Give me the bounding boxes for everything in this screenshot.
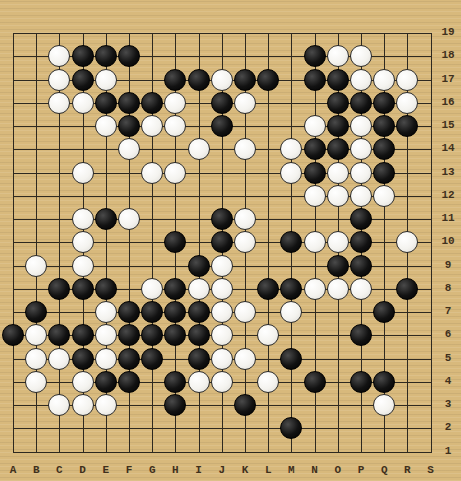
column-label-G: G — [145, 464, 159, 476]
white-stone-R10 — [396, 231, 418, 253]
white-stone-P8 — [350, 278, 372, 300]
row-label-18: 18 — [436, 49, 460, 61]
row-label-17: 17 — [436, 73, 460, 85]
black-stone-H6 — [164, 324, 186, 346]
black-stone-J16 — [211, 92, 233, 114]
row-label-2: 2 — [436, 421, 460, 433]
black-stone-J10 — [211, 231, 233, 253]
white-stone-E15 — [95, 115, 117, 137]
white-stone-D16 — [72, 92, 94, 114]
white-stone-I8 — [188, 278, 210, 300]
grid-line-horizontal-1 — [13, 452, 432, 453]
black-stone-Q15 — [373, 115, 395, 137]
black-stone-J11 — [211, 208, 233, 230]
row-label-10: 10 — [436, 235, 460, 247]
row-label-4: 4 — [436, 375, 460, 387]
black-stone-J15 — [211, 115, 233, 137]
black-stone-H4 — [164, 371, 186, 393]
black-stone-P6 — [350, 324, 372, 346]
black-stone-H8 — [164, 278, 186, 300]
black-stone-N14 — [304, 138, 326, 160]
black-stone-H7 — [164, 301, 186, 323]
white-stone-J5 — [211, 348, 233, 370]
white-stone-C16 — [48, 92, 70, 114]
white-stone-J8 — [211, 278, 233, 300]
white-stone-Q12 — [373, 185, 395, 207]
black-stone-N18 — [304, 45, 326, 67]
column-label-D: D — [76, 464, 90, 476]
white-stone-P18 — [350, 45, 372, 67]
black-stone-M5 — [280, 348, 302, 370]
row-label-6: 6 — [436, 328, 460, 340]
black-stone-O17 — [327, 69, 349, 91]
column-label-L: L — [261, 464, 275, 476]
black-stone-I17 — [188, 69, 210, 91]
white-stone-C3 — [48, 394, 70, 416]
white-stone-D4 — [72, 371, 94, 393]
row-label-19: 19 — [436, 26, 460, 38]
white-stone-J7 — [211, 301, 233, 323]
white-stone-P15 — [350, 115, 372, 137]
black-stone-H10 — [164, 231, 186, 253]
column-label-B: B — [29, 464, 43, 476]
white-stone-P14 — [350, 138, 372, 160]
white-stone-O13 — [327, 162, 349, 184]
white-stone-N12 — [304, 185, 326, 207]
black-stone-N17 — [304, 69, 326, 91]
black-stone-G5 — [141, 348, 163, 370]
column-label-P: P — [354, 464, 368, 476]
black-stone-M2 — [280, 417, 302, 439]
black-stone-N4 — [304, 371, 326, 393]
black-stone-N13 — [304, 162, 326, 184]
white-stone-E7 — [95, 301, 117, 323]
white-stone-P12 — [350, 185, 372, 207]
go-board[interactable]: ABCDEFGHIJKLMNOPQRS191817161514131211109… — [0, 0, 461, 481]
row-label-5: 5 — [436, 352, 460, 364]
white-stone-I14 — [188, 138, 210, 160]
black-stone-C6 — [48, 324, 70, 346]
white-stone-O12 — [327, 185, 349, 207]
row-label-11: 11 — [436, 212, 460, 224]
black-stone-R15 — [396, 115, 418, 137]
white-stone-J17 — [211, 69, 233, 91]
white-stone-G15 — [141, 115, 163, 137]
white-stone-D3 — [72, 394, 94, 416]
black-stone-G16 — [141, 92, 163, 114]
column-label-R: R — [400, 464, 414, 476]
black-stone-H3 — [164, 394, 186, 416]
white-stone-K7 — [234, 301, 256, 323]
black-stone-E11 — [95, 208, 117, 230]
white-stone-B9 — [25, 255, 47, 277]
white-stone-I4 — [188, 371, 210, 393]
black-stone-B7 — [25, 301, 47, 323]
black-stone-O14 — [327, 138, 349, 160]
black-stone-P9 — [350, 255, 372, 277]
white-stone-C5 — [48, 348, 70, 370]
black-stone-F15 — [118, 115, 140, 137]
white-stone-K11 — [234, 208, 256, 230]
white-stone-O8 — [327, 278, 349, 300]
white-stone-L6 — [257, 324, 279, 346]
white-stone-D13 — [72, 162, 94, 184]
white-stone-J4 — [211, 371, 233, 393]
row-label-3: 3 — [436, 398, 460, 410]
black-stone-F4 — [118, 371, 140, 393]
white-stone-P13 — [350, 162, 372, 184]
white-stone-C18 — [48, 45, 70, 67]
black-stone-G6 — [141, 324, 163, 346]
black-stone-Q7 — [373, 301, 395, 323]
white-stone-B4 — [25, 371, 47, 393]
black-stone-L8 — [257, 278, 279, 300]
white-stone-K14 — [234, 138, 256, 160]
black-stone-I7 — [188, 301, 210, 323]
white-stone-K16 — [234, 92, 256, 114]
row-label-7: 7 — [436, 305, 460, 317]
black-stone-Q13 — [373, 162, 395, 184]
white-stone-E17 — [95, 69, 117, 91]
white-stone-Q17 — [373, 69, 395, 91]
black-stone-F6 — [118, 324, 140, 346]
black-stone-P4 — [350, 371, 372, 393]
column-label-Q: Q — [377, 464, 391, 476]
white-stone-M13 — [280, 162, 302, 184]
white-stone-K10 — [234, 231, 256, 253]
column-label-J: J — [215, 464, 229, 476]
column-label-H: H — [168, 464, 182, 476]
black-stone-O9 — [327, 255, 349, 277]
white-stone-D9 — [72, 255, 94, 277]
column-label-C: C — [52, 464, 66, 476]
row-label-13: 13 — [436, 166, 460, 178]
black-stone-C8 — [48, 278, 70, 300]
black-stone-F7 — [118, 301, 140, 323]
black-stone-D8 — [72, 278, 94, 300]
black-stone-M8 — [280, 278, 302, 300]
white-stone-F14 — [118, 138, 140, 160]
black-stone-Q4 — [373, 371, 395, 393]
white-stone-E3 — [95, 394, 117, 416]
black-stone-H17 — [164, 69, 186, 91]
black-stone-O16 — [327, 92, 349, 114]
column-label-O: O — [331, 464, 345, 476]
row-label-16: 16 — [436, 96, 460, 108]
black-stone-K17 — [234, 69, 256, 91]
white-stone-O18 — [327, 45, 349, 67]
white-stone-K5 — [234, 348, 256, 370]
white-stone-G13 — [141, 162, 163, 184]
black-stone-D18 — [72, 45, 94, 67]
black-stone-L17 — [257, 69, 279, 91]
white-stone-D11 — [72, 208, 94, 230]
black-stone-P11 — [350, 208, 372, 230]
column-label-A: A — [6, 464, 20, 476]
white-stone-H13 — [164, 162, 186, 184]
white-stone-F11 — [118, 208, 140, 230]
white-stone-R17 — [396, 69, 418, 91]
white-stone-N8 — [304, 278, 326, 300]
white-stone-B5 — [25, 348, 47, 370]
white-stone-D10 — [72, 231, 94, 253]
column-label-M: M — [284, 464, 298, 476]
column-label-I: I — [192, 464, 206, 476]
white-stone-M14 — [280, 138, 302, 160]
row-label-9: 9 — [436, 259, 460, 271]
black-stone-O15 — [327, 115, 349, 137]
black-stone-G7 — [141, 301, 163, 323]
column-label-F: F — [122, 464, 136, 476]
grid-line-vertical-S — [431, 33, 432, 453]
white-stone-J6 — [211, 324, 233, 346]
black-stone-F18 — [118, 45, 140, 67]
row-label-1: 1 — [436, 445, 460, 457]
black-stone-I5 — [188, 348, 210, 370]
black-stone-D6 — [72, 324, 94, 346]
black-stone-D17 — [72, 69, 94, 91]
white-stone-N10 — [304, 231, 326, 253]
column-label-N: N — [308, 464, 322, 476]
black-stone-F16 — [118, 92, 140, 114]
black-stone-E18 — [95, 45, 117, 67]
black-stone-R8 — [396, 278, 418, 300]
black-stone-E4 — [95, 371, 117, 393]
white-stone-E6 — [95, 324, 117, 346]
white-stone-P17 — [350, 69, 372, 91]
black-stone-D5 — [72, 348, 94, 370]
black-stone-M10 — [280, 231, 302, 253]
black-stone-E8 — [95, 278, 117, 300]
row-label-14: 14 — [436, 142, 460, 154]
black-stone-P10 — [350, 231, 372, 253]
black-stone-A6 — [2, 324, 24, 346]
black-stone-K3 — [234, 394, 256, 416]
column-label-K: K — [238, 464, 252, 476]
row-label-12: 12 — [436, 189, 460, 201]
row-label-15: 15 — [436, 119, 460, 131]
black-stone-P16 — [350, 92, 372, 114]
black-stone-I6 — [188, 324, 210, 346]
white-stone-N15 — [304, 115, 326, 137]
column-label-S: S — [424, 464, 438, 476]
white-stone-R16 — [396, 92, 418, 114]
white-stone-L4 — [257, 371, 279, 393]
black-stone-F5 — [118, 348, 140, 370]
row-label-8: 8 — [436, 282, 460, 294]
white-stone-C17 — [48, 69, 70, 91]
white-stone-J9 — [211, 255, 233, 277]
black-stone-Q16 — [373, 92, 395, 114]
black-stone-E16 — [95, 92, 117, 114]
white-stone-H16 — [164, 92, 186, 114]
grid-line-horizontal-2 — [13, 428, 432, 429]
white-stone-O10 — [327, 231, 349, 253]
black-stone-I9 — [188, 255, 210, 277]
column-label-E: E — [99, 464, 113, 476]
white-stone-B6 — [25, 324, 47, 346]
white-stone-M7 — [280, 301, 302, 323]
black-stone-Q14 — [373, 138, 395, 160]
white-stone-G8 — [141, 278, 163, 300]
white-stone-E5 — [95, 348, 117, 370]
white-stone-H15 — [164, 115, 186, 137]
white-stone-Q3 — [373, 394, 395, 416]
